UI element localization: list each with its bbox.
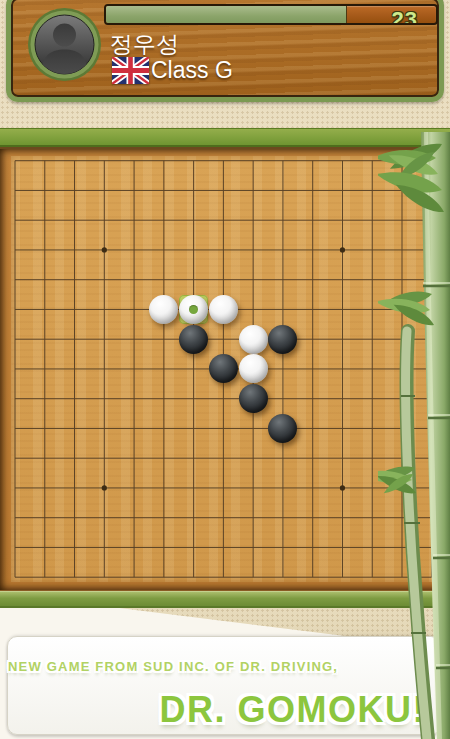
intersection-5-8[interactable] — [149, 384, 179, 414]
intersection-3-2[interactable] — [89, 205, 119, 235]
intersection-5-13[interactable] — [149, 533, 179, 563]
intersection-7-3[interactable] — [208, 235, 238, 265]
intersection-3-9[interactable] — [89, 414, 119, 444]
intersection-5-2[interactable] — [149, 205, 179, 235]
intersection-3-7[interactable] — [89, 354, 119, 384]
black-stone — [239, 384, 268, 413]
intersection-7-10[interactable] — [208, 443, 238, 473]
intersection-14-9[interactable] — [417, 414, 447, 444]
intersection-3-13[interactable] — [89, 533, 119, 563]
intersection-12-4[interactable] — [357, 265, 387, 295]
intersection-10-10[interactable] — [298, 443, 328, 473]
intersection-1-9[interactable] — [30, 414, 60, 444]
intersection-13-0[interactable] — [387, 146, 417, 176]
intersection-6-7[interactable] — [179, 354, 209, 384]
black-stone — [268, 414, 297, 443]
intersection-3-4[interactable] — [89, 265, 119, 295]
intersection-11-7[interactable] — [328, 354, 358, 384]
intersection-9-5[interactable] — [268, 295, 298, 325]
progress-bar: 23 — [104, 4, 438, 25]
intersection-8-4[interactable] — [238, 265, 268, 295]
intersection-11-0[interactable] — [328, 146, 358, 176]
intersection-0-3[interactable] — [0, 235, 30, 265]
intersection-11-8[interactable] — [328, 384, 358, 414]
intersection-12-12[interactable] — [357, 503, 387, 533]
intersection-11-4[interactable] — [328, 265, 358, 295]
intersection-14-10[interactable] — [417, 443, 447, 473]
intersection-14-12[interactable] — [417, 503, 447, 533]
intersection-4-0[interactable] — [119, 146, 149, 176]
intersection-11-1[interactable] — [328, 176, 358, 206]
intersection-10-2[interactable] — [298, 205, 328, 235]
player-class-label: Class G — [151, 57, 233, 84]
intersection-1-12[interactable] — [30, 503, 60, 533]
intersection-8-12[interactable] — [238, 503, 268, 533]
intersection-4-5[interactable] — [119, 295, 149, 325]
intersection-10-8[interactable] — [298, 384, 328, 414]
intersection-11-6[interactable] — [328, 324, 358, 354]
intersection-5-12[interactable] — [149, 503, 179, 533]
intersection-7-7[interactable] — [208, 354, 238, 384]
intersection-14-0[interactable] — [417, 146, 447, 176]
intersection-0-2[interactable] — [0, 205, 30, 235]
intersection-13-5[interactable] — [387, 295, 417, 325]
intersection-10-3[interactable] — [298, 235, 328, 265]
intersection-2-12[interactable] — [60, 503, 90, 533]
white-stone — [239, 325, 268, 354]
intersection-0-13[interactable] — [0, 533, 30, 563]
intersection-5-14[interactable] — [149, 562, 179, 592]
intersection-9-14[interactable] — [268, 562, 298, 592]
intersection-4-4[interactable] — [119, 265, 149, 295]
intersection-12-2[interactable] — [357, 205, 387, 235]
intersection-2-4[interactable] — [60, 265, 90, 295]
intersection-9-9[interactable] — [268, 414, 298, 444]
intersection-5-0[interactable] — [149, 146, 179, 176]
intersection-10-12[interactable] — [298, 503, 328, 533]
intersection-8-5[interactable] — [238, 295, 268, 325]
intersection-13-6[interactable] — [387, 324, 417, 354]
intersection-7-5[interactable] — [208, 295, 238, 325]
intersection-9-10[interactable] — [268, 443, 298, 473]
intersection-4-8[interactable] — [119, 384, 149, 414]
intersection-9-13[interactable] — [268, 533, 298, 563]
intersection-5-3[interactable] — [149, 235, 179, 265]
intersection-10-9[interactable] — [298, 414, 328, 444]
intersection-14-11[interactable] — [417, 473, 447, 503]
intersection-13-11[interactable] — [387, 473, 417, 503]
score-value: 23 — [392, 7, 418, 25]
intersection-8-13[interactable] — [238, 533, 268, 563]
intersection-1-11[interactable] — [30, 473, 60, 503]
intersection-1-0[interactable] — [30, 146, 60, 176]
intersection-4-6[interactable] — [119, 324, 149, 354]
intersection-12-5[interactable] — [357, 295, 387, 325]
intersection-3-8[interactable] — [89, 384, 119, 414]
intersection-10-0[interactable] — [298, 146, 328, 176]
intersection-7-9[interactable] — [208, 414, 238, 444]
intersection-4-12[interactable] — [119, 503, 149, 533]
intersection-6-12[interactable] — [179, 503, 209, 533]
intersection-2-1[interactable] — [60, 176, 90, 206]
intersection-10-6[interactable] — [298, 324, 328, 354]
intersection-11-13[interactable] — [328, 533, 358, 563]
intersection-6-2[interactable] — [179, 205, 209, 235]
intersection-6-4[interactable] — [179, 265, 209, 295]
intersection-6-9[interactable] — [179, 414, 209, 444]
intersection-2-2[interactable] — [60, 205, 90, 235]
intersection-14-8[interactable] — [417, 384, 447, 414]
intersection-13-4[interactable] — [387, 265, 417, 295]
intersection-8-1[interactable] — [238, 176, 268, 206]
intersection-9-8[interactable] — [268, 384, 298, 414]
intersection-8-2[interactable] — [238, 205, 268, 235]
intersection-14-2[interactable] — [417, 205, 447, 235]
intersection-8-7[interactable] — [238, 354, 268, 384]
intersection-13-3[interactable] — [387, 235, 417, 265]
intersection-0-10[interactable] — [0, 443, 30, 473]
intersection-6-13[interactable] — [179, 533, 209, 563]
intersection-8-6[interactable] — [238, 324, 268, 354]
intersection-12-14[interactable] — [357, 562, 387, 592]
intersection-11-12[interactable] — [328, 503, 358, 533]
intersection-12-7[interactable] — [357, 354, 387, 384]
intersection-3-12[interactable] — [89, 503, 119, 533]
intersection-6-10[interactable] — [179, 443, 209, 473]
intersection-1-4[interactable] — [30, 265, 60, 295]
white-stone — [209, 295, 238, 324]
intersection-13-9[interactable] — [387, 414, 417, 444]
intersection-14-4[interactable] — [417, 265, 447, 295]
intersection-7-4[interactable] — [208, 265, 238, 295]
intersection-7-11[interactable] — [208, 473, 238, 503]
intersection-2-8[interactable] — [60, 384, 90, 414]
intersection-9-6[interactable] — [268, 324, 298, 354]
board-bottom-green-strip — [0, 591, 450, 608]
intersection-10-1[interactable] — [298, 176, 328, 206]
intersection-10-5[interactable] — [298, 295, 328, 325]
intersection-10-13[interactable] — [298, 533, 328, 563]
intersection-4-14[interactable] — [119, 562, 149, 592]
intersection-4-7[interactable] — [119, 354, 149, 384]
intersection-2-7[interactable] — [60, 354, 90, 384]
intersection-13-14[interactable] — [387, 562, 417, 592]
intersection-13-7[interactable] — [387, 354, 417, 384]
intersection-1-2[interactable] — [30, 205, 60, 235]
intersection-4-13[interactable] — [119, 533, 149, 563]
intersection-12-11[interactable] — [357, 473, 387, 503]
intersection-11-10[interactable] — [328, 443, 358, 473]
intersection-6-3[interactable] — [179, 235, 209, 265]
intersection-1-5[interactable] — [30, 295, 60, 325]
intersection-5-1[interactable] — [149, 176, 179, 206]
intersection-10-7[interactable] — [298, 354, 328, 384]
intersection-2-11[interactable] — [60, 473, 90, 503]
intersection-6-5[interactable] — [179, 295, 209, 325]
intersection-12-3[interactable] — [357, 235, 387, 265]
intersection-11-11[interactable] — [328, 473, 358, 503]
intersection-9-12[interactable] — [268, 503, 298, 533]
intersection-12-10[interactable] — [357, 443, 387, 473]
intersection-5-7[interactable] — [149, 354, 179, 384]
intersection-6-14[interactable] — [179, 562, 209, 592]
intersection-8-14[interactable] — [238, 562, 268, 592]
intersection-7-0[interactable] — [208, 146, 238, 176]
intersection-12-13[interactable] — [357, 533, 387, 563]
intersection-8-11[interactable] — [238, 473, 268, 503]
intersection-12-1[interactable] — [357, 176, 387, 206]
intersection-1-14[interactable] — [30, 562, 60, 592]
intersection-14-6[interactable] — [417, 324, 447, 354]
intersection-2-0[interactable] — [60, 146, 90, 176]
avatar-person-icon — [28, 8, 101, 81]
intersection-3-10[interactable] — [89, 443, 119, 473]
intersection-7-2[interactable] — [208, 205, 238, 235]
intersection-12-9[interactable] — [357, 414, 387, 444]
progress-fill — [106, 6, 347, 23]
intersection-1-13[interactable] — [30, 533, 60, 563]
intersection-4-2[interactable] — [119, 205, 149, 235]
intersection-10-11[interactable] — [298, 473, 328, 503]
intersection-6-1[interactable] — [179, 176, 209, 206]
intersection-13-1[interactable] — [387, 176, 417, 206]
intersection-14-5[interactable] — [417, 295, 447, 325]
intersection-0-5[interactable] — [0, 295, 30, 325]
intersection-12-0[interactable] — [357, 146, 387, 176]
intersection-11-3[interactable] — [328, 235, 358, 265]
intersection-14-14[interactable] — [417, 562, 447, 592]
intersection-3-6[interactable] — [89, 324, 119, 354]
intersection-3-1[interactable] — [89, 176, 119, 206]
intersection-0-1[interactable] — [0, 176, 30, 206]
intersection-9-1[interactable] — [268, 176, 298, 206]
intersection-7-8[interactable] — [208, 384, 238, 414]
player-info-panel: 23 정우성 Class G — [6, 0, 444, 102]
intersection-0-7[interactable] — [0, 354, 30, 384]
intersection-12-6[interactable] — [357, 324, 387, 354]
intersection-1-6[interactable] — [30, 324, 60, 354]
intersection-2-5[interactable] — [60, 295, 90, 325]
intersection-1-1[interactable] — [30, 176, 60, 206]
intersection-10-14[interactable] — [298, 562, 328, 592]
intersection-1-7[interactable] — [30, 354, 60, 384]
app-screen: NEW GAME FROM SUD INC. OF DR. DRIVING, D… — [0, 0, 450, 739]
intersection-5-5[interactable] — [149, 295, 179, 325]
intersection-6-6[interactable] — [179, 324, 209, 354]
promo-text-line1: NEW GAME FROM SUD INC. OF DR. DRIVING, — [8, 659, 448, 674]
last-move-dot — [189, 305, 198, 314]
intersection-5-9[interactable] — [149, 414, 179, 444]
intersection-5-6[interactable] — [149, 324, 179, 354]
intersection-0-0[interactable] — [0, 146, 30, 176]
intersection-7-1[interactable] — [208, 176, 238, 206]
intersection-14-3[interactable] — [417, 235, 447, 265]
black-stone — [268, 325, 297, 354]
intersection-0-8[interactable] — [0, 384, 30, 414]
intersection-13-10[interactable] — [387, 443, 417, 473]
intersection-9-3[interactable] — [268, 235, 298, 265]
white-stone — [239, 354, 268, 383]
intersection-4-3[interactable] — [119, 235, 149, 265]
intersection-9-2[interactable] — [268, 205, 298, 235]
intersection-5-11[interactable] — [149, 473, 179, 503]
intersection-4-1[interactable] — [119, 176, 149, 206]
uk-flag-icon — [112, 57, 149, 84]
board-grid[interactable] — [0, 146, 446, 592]
intersection-4-11[interactable] — [119, 473, 149, 503]
intersection-3-5[interactable] — [89, 295, 119, 325]
intersection-11-9[interactable] — [328, 414, 358, 444]
intersection-11-2[interactable] — [328, 205, 358, 235]
intersection-4-9[interactable] — [119, 414, 149, 444]
intersection-8-0[interactable] — [238, 146, 268, 176]
intersection-9-11[interactable] — [268, 473, 298, 503]
intersection-0-6[interactable] — [0, 324, 30, 354]
intersection-6-8[interactable] — [179, 384, 209, 414]
intersection-2-14[interactable] — [60, 562, 90, 592]
intersection-9-0[interactable] — [268, 146, 298, 176]
intersection-7-6[interactable] — [208, 324, 238, 354]
intersection-6-11[interactable] — [179, 473, 209, 503]
intersection-2-13[interactable] — [60, 533, 90, 563]
intersection-0-4[interactable] — [0, 265, 30, 295]
intersection-6-0[interactable] — [179, 146, 209, 176]
intersection-1-10[interactable] — [30, 443, 60, 473]
intersection-8-3[interactable] — [238, 235, 268, 265]
intersection-13-2[interactable] — [387, 205, 417, 235]
intersection-14-7[interactable] — [417, 354, 447, 384]
intersection-10-4[interactable] — [298, 265, 328, 295]
intersection-7-14[interactable] — [208, 562, 238, 592]
intersection-0-11[interactable] — [0, 473, 30, 503]
intersection-7-12[interactable] — [208, 503, 238, 533]
intersection-13-13[interactable] — [387, 533, 417, 563]
intersection-1-8[interactable] — [30, 384, 60, 414]
intersection-2-10[interactable] — [60, 443, 90, 473]
intersection-7-13[interactable] — [208, 533, 238, 563]
intersection-2-9[interactable] — [60, 414, 90, 444]
intersection-3-11[interactable] — [89, 473, 119, 503]
intersection-5-4[interactable] — [149, 265, 179, 295]
intersection-4-10[interactable] — [119, 443, 149, 473]
intersection-0-14[interactable] — [0, 562, 30, 592]
intersection-0-12[interactable] — [0, 503, 30, 533]
intersection-11-5[interactable] — [328, 295, 358, 325]
intersection-8-10[interactable] — [238, 443, 268, 473]
white-stone — [149, 295, 178, 324]
intersection-14-13[interactable] — [417, 533, 447, 563]
white-stone — [179, 295, 208, 324]
intersection-2-6[interactable] — [60, 324, 90, 354]
intersection-3-14[interactable] — [89, 562, 119, 592]
player-avatar — [28, 8, 101, 81]
board-top-green-strip — [0, 128, 450, 147]
intersection-9-7[interactable] — [268, 354, 298, 384]
intersection-13-8[interactable] — [387, 384, 417, 414]
intersection-8-8[interactable] — [238, 384, 268, 414]
intersection-1-3[interactable] — [30, 235, 60, 265]
promo-text-line2: DR. GOMOKU! — [160, 689, 426, 731]
intersection-13-12[interactable] — [387, 503, 417, 533]
intersection-5-10[interactable] — [149, 443, 179, 473]
black-stone — [209, 354, 238, 383]
intersection-2-3[interactable] — [60, 235, 90, 265]
intersection-12-8[interactable] — [357, 384, 387, 414]
intersection-3-3[interactable] — [89, 235, 119, 265]
intersection-8-9[interactable] — [238, 414, 268, 444]
intersection-14-1[interactable] — [417, 176, 447, 206]
intersection-9-4[interactable] — [268, 265, 298, 295]
black-stone — [179, 325, 208, 354]
intersection-0-9[interactable] — [0, 414, 30, 444]
intersection-11-14[interactable] — [328, 562, 358, 592]
intersection-3-0[interactable] — [89, 146, 119, 176]
